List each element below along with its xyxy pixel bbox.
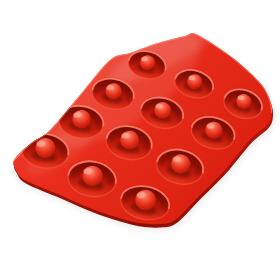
- bump-specular: [238, 95, 244, 100]
- product-photo-canvas: [0, 0, 280, 280]
- baking-mold-illustration: [0, 0, 280, 280]
